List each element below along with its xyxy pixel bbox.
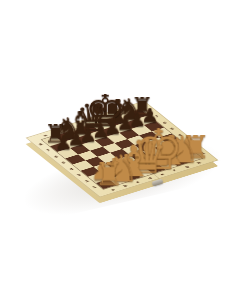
piece-black-pawn: ♟: [55, 135, 73, 150]
chess-set-scene: abcdefgh abcdefgh 87654321 87654321 ♜♞♝♛…: [0, 0, 240, 303]
product-photo: abcdefgh abcdefgh 87654321 87654321 ♜♞♝♛…: [0, 0, 240, 303]
piece-white-rook: ♜: [95, 162, 124, 187]
chess-board: abcdefgh abcdefgh 87654321 87654321 ♜♞♝♛…: [26, 101, 219, 197]
